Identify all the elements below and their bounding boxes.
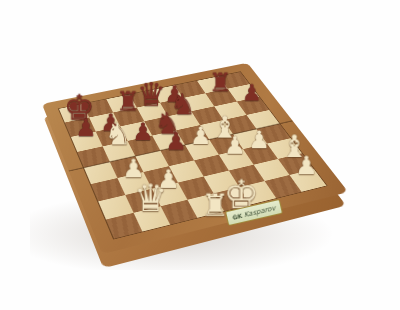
- white-pawn-e5: ♟: [188, 102, 214, 148]
- white-pawn-g4: ♟: [246, 106, 272, 152]
- red-pawn-h7: ♟: [240, 61, 264, 104]
- white-pawn-f4: ♟: [222, 111, 249, 158]
- red-rook-g8: ♜: [208, 53, 232, 96]
- brand-monogram-icon: GK: [232, 212, 243, 221]
- white-queen-b2: ♛: [136, 166, 165, 217]
- white-pawn-h2: ♟: [293, 130, 320, 178]
- chess-set-photo: ♚♜♛♟♜♟♟♞♟♞♟♞♟♟♝♟♟♟♟♝♛♟♜♚ GK Kasparov: [0, 0, 400, 310]
- board-scene: ♚♜♛♟♜♟♟♞♟♞♟♞♟♟♝♟♟♟♟♝♛♟♜♚: [66, 26, 304, 264]
- red-pawn-a7: ♟: [73, 94, 99, 140]
